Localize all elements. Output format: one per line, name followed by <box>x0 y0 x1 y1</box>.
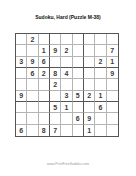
cell-r3c1: 3 <box>16 57 27 68</box>
cell-r8c3[interactable] <box>39 113 50 124</box>
cell-r5c3[interactable] <box>39 79 50 90</box>
cell-r5c7[interactable] <box>84 79 95 90</box>
cell-r8c7: 9 <box>84 113 95 124</box>
cell-r4c6[interactable] <box>73 68 84 79</box>
cell-r7c9[interactable] <box>107 102 118 113</box>
cell-r4c8[interactable] <box>95 68 106 79</box>
cell-r6c5: 3 <box>61 91 72 102</box>
cell-r8c4[interactable] <box>50 113 61 124</box>
cell-r4c2: 6 <box>27 68 38 79</box>
cell-r8c5[interactable] <box>61 113 72 124</box>
cell-r2c3: 1 <box>39 45 50 56</box>
cell-r1c2: 2 <box>27 34 38 45</box>
cell-r9c8[interactable] <box>95 125 106 136</box>
cell-r4c5: 4 <box>61 68 72 79</box>
cell-r6c8: 1 <box>95 91 106 102</box>
cell-r1c6[interactable] <box>73 34 84 45</box>
cell-r8c8[interactable] <box>95 113 106 124</box>
cell-r2c1[interactable] <box>16 45 27 56</box>
cell-r6c6: 5 <box>73 91 84 102</box>
cell-r7c7[interactable] <box>84 102 95 113</box>
cell-r8c9[interactable] <box>107 113 118 124</box>
cell-r9c1: 6 <box>16 125 27 136</box>
cell-r6c4[interactable] <box>50 91 61 102</box>
cell-r1c7[interactable] <box>84 34 95 45</box>
cell-r5c2[interactable] <box>27 79 38 90</box>
cell-r7c8: 6 <box>95 102 106 113</box>
footer-url: www.PrintFreeSudoku.com <box>0 162 136 166</box>
cell-r5c6[interactable] <box>73 79 84 90</box>
cell-r3c3: 6 <box>39 57 50 68</box>
cell-r3c5[interactable] <box>61 57 72 68</box>
cell-r9c7: 1 <box>84 125 95 136</box>
cell-r4c7[interactable] <box>84 68 95 79</box>
cell-r3c7[interactable] <box>84 57 95 68</box>
cell-r9c3: 8 <box>39 125 50 136</box>
cell-r1c4[interactable] <box>50 34 61 45</box>
cell-r5c8[interactable] <box>95 79 106 90</box>
cell-r2c8[interactable] <box>95 45 106 56</box>
cell-r2c6[interactable] <box>73 45 84 56</box>
cell-r8c1[interactable] <box>16 113 27 124</box>
cell-r9c6[interactable] <box>73 125 84 136</box>
cell-r7c5: 1 <box>61 102 72 113</box>
cell-r4c1[interactable] <box>16 68 27 79</box>
cell-r3c8: 2 <box>95 57 106 68</box>
cell-r3c6[interactable] <box>73 57 84 68</box>
cell-r4c4: 8 <box>50 68 61 79</box>
cell-r1c1[interactable] <box>16 34 27 45</box>
cell-r9c4: 7 <box>50 125 61 136</box>
cell-r7c2[interactable] <box>27 102 38 113</box>
cell-r1c8[interactable] <box>95 34 106 45</box>
cell-r5c1[interactable] <box>16 79 27 90</box>
cell-r5c9[interactable] <box>107 79 118 90</box>
sudoku-board: 219273962162849293521516696871 <box>15 33 119 137</box>
cell-r4c3: 2 <box>39 68 50 79</box>
cell-r6c1: 9 <box>16 91 27 102</box>
cell-r7c1[interactable] <box>16 102 27 113</box>
cell-r1c5[interactable] <box>61 34 72 45</box>
cell-r3c9: 1 <box>107 57 118 68</box>
cell-r8c2[interactable] <box>27 113 38 124</box>
cell-r2c5: 2 <box>61 45 72 56</box>
cell-r8c6: 6 <box>73 113 84 124</box>
printable-sudoku-page: { "game": "sudoku", "page": { "title": "… <box>0 0 136 176</box>
cell-r3c2: 9 <box>27 57 38 68</box>
cell-r1c3[interactable] <box>39 34 50 45</box>
cell-r9c9[interactable] <box>107 125 118 136</box>
cell-r6c2[interactable] <box>27 91 38 102</box>
cell-r1c9[interactable] <box>107 34 118 45</box>
cell-r2c7[interactable] <box>84 45 95 56</box>
cell-r4c9: 9 <box>107 68 118 79</box>
cell-r9c5[interactable] <box>61 125 72 136</box>
cell-r6c3[interactable] <box>39 91 50 102</box>
cell-r7c4: 5 <box>50 102 61 113</box>
cell-r5c5[interactable] <box>61 79 72 90</box>
cell-r9c2[interactable] <box>27 125 38 136</box>
cell-r5c4: 2 <box>50 79 61 90</box>
cell-r6c7: 2 <box>84 91 95 102</box>
cell-r2c2[interactable] <box>27 45 38 56</box>
cell-r2c9: 7 <box>107 45 118 56</box>
cell-r2c4: 9 <box>50 45 61 56</box>
cell-r3c4[interactable] <box>50 57 61 68</box>
cell-r6c9[interactable] <box>107 91 118 102</box>
cell-r7c6[interactable] <box>73 102 84 113</box>
puzzle-title: Sudoku, Hard (Puzzle M-38) <box>0 14 136 20</box>
cell-r7c3[interactable] <box>39 102 50 113</box>
